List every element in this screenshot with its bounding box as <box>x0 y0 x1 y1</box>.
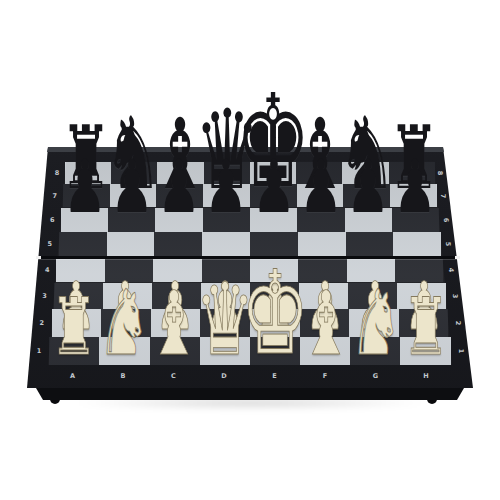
rank-label-left-3: 3 <box>42 293 47 300</box>
white-knight-g1[interactable]: ♞ <box>349 278 402 368</box>
rank-label-right-3: 3 <box>451 293 458 298</box>
rank-label-left-1: 1 <box>37 348 42 355</box>
white-bishop-f1[interactable]: ♝ <box>299 280 351 368</box>
black-pawn-c7[interactable]: ♟ <box>157 150 200 223</box>
rank-label-right-2: 2 <box>454 320 461 325</box>
hinge-notch-right <box>455 256 460 259</box>
product-photo: ABCDEFGH1122334455667788♜♞♝♛♚♝♞♜♟♟♟♟♟♟♟♟… <box>0 0 500 500</box>
rank-label-right-4: 4 <box>448 267 455 272</box>
rank-label-left-4: 4 <box>45 266 50 273</box>
white-knight-b1[interactable]: ♞ <box>97 278 150 368</box>
rank-label-left-6: 6 <box>50 216 55 223</box>
square-h5[interactable] <box>393 232 441 257</box>
file-label-A: A <box>70 372 75 379</box>
rank-label-left-7: 7 <box>52 193 57 200</box>
hinge-notch-left <box>36 256 41 259</box>
black-pawn-f7[interactable]: ♟ <box>299 150 342 223</box>
white-rook-a1[interactable]: ♜ <box>50 288 97 367</box>
rank-label-right-1: 1 <box>458 348 465 353</box>
black-pawn-a7[interactable]: ♟ <box>63 150 106 223</box>
file-label-H: H <box>423 372 428 379</box>
black-pawn-b7[interactable]: ♟ <box>110 150 153 223</box>
rank-label-left-5: 5 <box>48 241 53 248</box>
white-rook-h1[interactable]: ♜ <box>403 288 450 367</box>
rank-label-right-6: 6 <box>442 217 449 222</box>
black-pawn-d7[interactable]: ♟ <box>205 150 248 223</box>
black-pawn-g7[interactable]: ♟ <box>346 150 389 223</box>
black-pawn-h7[interactable]: ♟ <box>394 150 437 223</box>
rank-label-left-8: 8 <box>55 170 60 177</box>
white-bishop-c1[interactable]: ♝ <box>148 280 200 368</box>
rank-label-right-7: 7 <box>439 194 446 199</box>
rank-label-left-2: 2 <box>40 320 45 327</box>
rank-label-right-5: 5 <box>445 242 452 247</box>
square-a5[interactable] <box>59 232 107 257</box>
square-g5[interactable] <box>346 232 394 257</box>
black-pawn-e7[interactable]: ♟ <box>252 150 295 223</box>
square-c5[interactable] <box>154 232 202 257</box>
square-b5[interactable] <box>107 232 155 257</box>
